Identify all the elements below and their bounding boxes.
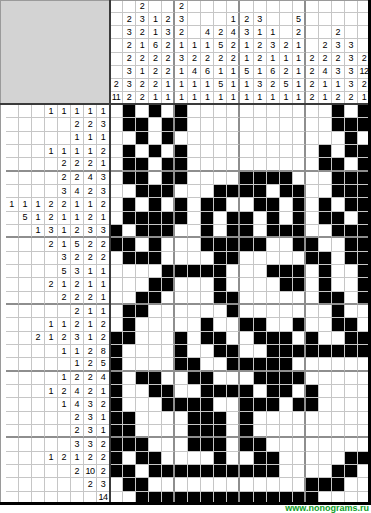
grid-cell[interactable]	[201, 438, 214, 451]
grid-cell[interactable]	[293, 305, 306, 318]
grid-cell[interactable]	[123, 385, 136, 398]
grid-cell[interactable]	[227, 318, 240, 331]
grid-cell[interactable]	[319, 332, 332, 345]
grid-cell[interactable]	[123, 132, 136, 145]
grid-cell[interactable]	[123, 172, 136, 185]
grid-cell[interactable]	[267, 292, 280, 305]
grid-cell[interactable]	[136, 278, 149, 291]
grid-cell[interactable]	[254, 278, 267, 291]
grid-cell[interactable]	[293, 278, 306, 291]
grid-cell[interactable]	[293, 438, 306, 451]
grid-cell[interactable]	[149, 132, 162, 145]
grid-cell[interactable]	[358, 212, 371, 225]
grid-cell[interactable]	[110, 212, 123, 225]
grid-cell[interactable]	[149, 492, 162, 505]
grid-cell[interactable]	[332, 212, 345, 225]
grid-cell[interactable]	[162, 372, 175, 385]
grid-cell[interactable]	[201, 385, 214, 398]
grid-cell[interactable]	[332, 372, 345, 385]
grid-cell[interactable]	[345, 118, 358, 131]
grid-cell[interactable]	[227, 358, 240, 371]
grid-cell[interactable]	[332, 318, 345, 331]
grid-cell[interactable]	[227, 252, 240, 265]
grid-cell[interactable]	[136, 265, 149, 278]
grid-cell[interactable]	[149, 465, 162, 478]
grid-cell[interactable]	[267, 332, 280, 345]
grid-cell[interactable]	[175, 305, 188, 318]
grid-cell[interactable]	[306, 412, 319, 425]
grid-cell[interactable]	[345, 145, 358, 158]
grid-cell[interactable]	[240, 492, 253, 505]
grid-cell[interactable]	[293, 332, 306, 345]
grid-cell[interactable]	[162, 238, 175, 251]
grid-cell[interactable]	[358, 385, 371, 398]
grid-cell[interactable]	[110, 105, 123, 118]
grid-cell[interactable]	[227, 265, 240, 278]
grid-cell[interactable]	[240, 278, 253, 291]
grid-cell[interactable]	[136, 318, 149, 331]
grid-cell[interactable]	[240, 452, 253, 465]
grid-cell[interactable]	[214, 452, 227, 465]
grid-cell[interactable]	[188, 452, 201, 465]
grid-cell[interactable]	[358, 265, 371, 278]
grid-cell[interactable]	[306, 158, 319, 171]
grid-cell[interactable]	[123, 278, 136, 291]
grid-cell[interactable]	[319, 425, 332, 438]
grid-cell[interactable]	[240, 158, 253, 171]
grid-cell[interactable]	[149, 118, 162, 131]
grid-cell[interactable]	[201, 425, 214, 438]
grid-cell[interactable]	[358, 465, 371, 478]
grid-cell[interactable]	[319, 412, 332, 425]
grid-cell[interactable]	[280, 105, 293, 118]
grid-cell[interactable]	[319, 278, 332, 291]
grid-cell[interactable]	[110, 438, 123, 451]
grid-cell[interactable]	[123, 265, 136, 278]
grid-cell[interactable]	[306, 145, 319, 158]
grid-cell[interactable]	[280, 318, 293, 331]
grid-cell[interactable]	[319, 118, 332, 131]
grid-cell[interactable]	[214, 185, 227, 198]
grid-cell[interactable]	[358, 185, 371, 198]
grid-cell[interactable]	[319, 292, 332, 305]
grid-cell[interactable]	[240, 372, 253, 385]
grid-cell[interactable]	[358, 412, 371, 425]
grid-cell[interactable]	[149, 398, 162, 411]
grid-cell[interactable]	[293, 318, 306, 331]
grid-cell[interactable]	[306, 318, 319, 331]
grid-cell[interactable]	[188, 252, 201, 265]
grid-cell[interactable]	[136, 385, 149, 398]
grid-cell[interactable]	[240, 118, 253, 131]
grid-cell[interactable]	[267, 412, 280, 425]
grid-cell[interactable]	[293, 252, 306, 265]
grid-cell[interactable]	[280, 185, 293, 198]
grid-cell[interactable]	[332, 105, 345, 118]
grid-cell[interactable]	[345, 345, 358, 358]
grid-cell[interactable]	[240, 292, 253, 305]
grid-cell[interactable]	[227, 492, 240, 505]
grid-cell[interactable]	[175, 212, 188, 225]
grid-cell[interactable]	[267, 345, 280, 358]
grid-cell[interactable]	[332, 332, 345, 345]
grid-cell[interactable]	[149, 158, 162, 171]
grid-cell[interactable]	[149, 425, 162, 438]
grid-cell[interactable]	[188, 425, 201, 438]
grid-cell[interactable]	[306, 105, 319, 118]
grid-cell[interactable]	[254, 305, 267, 318]
grid-cell[interactable]	[123, 345, 136, 358]
grid-cell[interactable]	[267, 225, 280, 238]
grid-cell[interactable]	[214, 332, 227, 345]
grid-cell[interactable]	[162, 425, 175, 438]
grid-cell[interactable]	[332, 252, 345, 265]
grid-cell[interactable]	[280, 398, 293, 411]
grid-cell[interactable]	[136, 492, 149, 505]
grid-cell[interactable]	[240, 425, 253, 438]
grid-cell[interactable]	[227, 452, 240, 465]
grid-cell[interactable]	[123, 478, 136, 491]
grid-cell[interactable]	[267, 425, 280, 438]
grid-cell[interactable]	[227, 292, 240, 305]
grid-cell[interactable]	[149, 198, 162, 211]
grid-cell[interactable]	[123, 118, 136, 131]
grid-cell[interactable]	[188, 185, 201, 198]
grid-cell[interactable]	[332, 172, 345, 185]
grid-cell[interactable]	[227, 185, 240, 198]
grid-cell[interactable]	[319, 238, 332, 251]
grid-cell[interactable]	[175, 158, 188, 171]
grid-cell[interactable]	[345, 278, 358, 291]
grid-cell[interactable]	[136, 425, 149, 438]
grid-cell[interactable]	[149, 345, 162, 358]
grid-cell[interactable]	[280, 478, 293, 491]
grid-cell[interactable]	[254, 372, 267, 385]
grid-cell[interactable]	[227, 385, 240, 398]
grid-cell[interactable]	[293, 372, 306, 385]
grid-cell[interactable]	[332, 398, 345, 411]
grid-cell[interactable]	[254, 412, 267, 425]
grid-cell[interactable]	[306, 452, 319, 465]
grid-cell[interactable]	[280, 385, 293, 398]
grid-cell[interactable]	[110, 465, 123, 478]
grid-cell[interactable]	[319, 318, 332, 331]
grid-cell[interactable]	[358, 172, 371, 185]
grid-cell[interactable]	[345, 478, 358, 491]
grid-cell[interactable]	[254, 465, 267, 478]
grid-cell[interactable]	[149, 265, 162, 278]
grid-cell[interactable]	[227, 465, 240, 478]
grid-cell[interactable]	[293, 465, 306, 478]
grid-cell[interactable]	[110, 318, 123, 331]
grid-cell[interactable]	[149, 145, 162, 158]
grid-cell[interactable]	[201, 372, 214, 385]
grid-cell[interactable]	[332, 265, 345, 278]
grid-cell[interactable]	[214, 225, 227, 238]
grid-cell[interactable]	[123, 438, 136, 451]
grid-cell[interactable]	[214, 132, 227, 145]
grid-cell[interactable]	[227, 332, 240, 345]
grid-cell[interactable]	[110, 452, 123, 465]
grid-cell[interactable]	[319, 198, 332, 211]
grid-cell[interactable]	[201, 118, 214, 131]
grid-cell[interactable]	[358, 105, 371, 118]
grid-cell[interactable]	[332, 345, 345, 358]
grid-cell[interactable]	[358, 332, 371, 345]
grid-cell[interactable]	[214, 212, 227, 225]
grid-cell[interactable]	[254, 452, 267, 465]
grid-cell[interactable]	[240, 185, 253, 198]
grid-cell[interactable]	[188, 478, 201, 491]
grid-cell[interactable]	[188, 492, 201, 505]
grid-cell[interactable]	[254, 385, 267, 398]
grid-cell[interactable]	[188, 372, 201, 385]
grid-cell[interactable]	[175, 252, 188, 265]
grid-cell[interactable]	[306, 438, 319, 451]
grid-cell[interactable]	[319, 438, 332, 451]
grid-cell[interactable]	[345, 212, 358, 225]
grid-cell[interactable]	[240, 305, 253, 318]
grid-cell[interactable]	[332, 425, 345, 438]
grid-cell[interactable]	[319, 452, 332, 465]
grid-cell[interactable]	[293, 265, 306, 278]
grid-cell[interactable]	[358, 278, 371, 291]
grid-cell[interactable]	[332, 465, 345, 478]
grid-cell[interactable]	[214, 145, 227, 158]
grid-cell[interactable]	[227, 345, 240, 358]
grid-cell[interactable]	[240, 465, 253, 478]
grid-cell[interactable]	[188, 158, 201, 171]
grid-cell[interactable]	[123, 158, 136, 171]
grid-cell[interactable]	[136, 158, 149, 171]
grid-cell[interactable]	[136, 478, 149, 491]
grid-cell[interactable]	[345, 105, 358, 118]
grid-cell[interactable]	[162, 145, 175, 158]
grid-cell[interactable]	[319, 105, 332, 118]
grid-cell[interactable]	[280, 198, 293, 211]
grid-cell[interactable]	[214, 358, 227, 371]
grid-cell[interactable]	[201, 265, 214, 278]
grid-cell[interactable]	[110, 172, 123, 185]
grid-cell[interactable]	[254, 345, 267, 358]
grid-cell[interactable]	[162, 158, 175, 171]
grid-cell[interactable]	[162, 332, 175, 345]
grid-cell[interactable]	[136, 198, 149, 211]
grid-cell[interactable]	[240, 252, 253, 265]
grid-cell[interactable]	[175, 398, 188, 411]
grid-cell[interactable]	[280, 358, 293, 371]
grid-cell[interactable]	[110, 252, 123, 265]
grid-cell[interactable]	[162, 278, 175, 291]
grid-cell[interactable]	[267, 132, 280, 145]
grid-cell[interactable]	[240, 332, 253, 345]
grid-cell[interactable]	[306, 265, 319, 278]
grid-cell[interactable]	[214, 265, 227, 278]
grid-cell[interactable]	[201, 318, 214, 331]
grid-cell[interactable]	[175, 345, 188, 358]
grid-cell[interactable]	[110, 118, 123, 131]
grid-cell[interactable]	[149, 225, 162, 238]
grid-cell[interactable]	[136, 238, 149, 251]
grid-cell[interactable]	[136, 305, 149, 318]
grid-cell[interactable]	[214, 385, 227, 398]
grid-cell[interactable]	[358, 118, 371, 131]
grid-cell[interactable]	[162, 292, 175, 305]
grid-cell[interactable]	[280, 278, 293, 291]
grid-cell[interactable]	[123, 372, 136, 385]
grid-cell[interactable]	[280, 305, 293, 318]
grid-cell[interactable]	[188, 292, 201, 305]
grid-cell[interactable]	[227, 145, 240, 158]
grid-cell[interactable]	[319, 358, 332, 371]
grid-cell[interactable]	[240, 265, 253, 278]
grid-cell[interactable]	[136, 292, 149, 305]
grid-cell[interactable]	[306, 225, 319, 238]
grid-cell[interactable]	[110, 185, 123, 198]
grid-cell[interactable]	[280, 292, 293, 305]
grid-cell[interactable]	[240, 318, 253, 331]
grid-cell[interactable]	[267, 398, 280, 411]
grid-cell[interactable]	[332, 292, 345, 305]
grid-cell[interactable]	[123, 425, 136, 438]
grid-cell[interactable]	[306, 398, 319, 411]
grid-cell[interactable]	[254, 252, 267, 265]
grid-cell[interactable]	[254, 212, 267, 225]
grid-cell[interactable]	[280, 212, 293, 225]
grid-cell[interactable]	[110, 358, 123, 371]
grid-cell[interactable]	[149, 332, 162, 345]
grid-cell[interactable]	[332, 452, 345, 465]
grid-cell[interactable]	[162, 465, 175, 478]
grid-cell[interactable]	[358, 438, 371, 451]
grid-cell[interactable]	[280, 345, 293, 358]
grid-cell[interactable]	[162, 252, 175, 265]
grid-cell[interactable]	[358, 132, 371, 145]
grid-cell[interactable]	[358, 198, 371, 211]
grid-cell[interactable]	[149, 252, 162, 265]
grid-cell[interactable]	[240, 438, 253, 451]
grid-cell[interactable]	[149, 292, 162, 305]
grid-cell[interactable]	[332, 185, 345, 198]
grid-cell[interactable]	[110, 278, 123, 291]
grid-cell[interactable]	[201, 105, 214, 118]
grid-cell[interactable]	[227, 412, 240, 425]
grid-cell[interactable]	[175, 265, 188, 278]
grid-cell[interactable]	[201, 252, 214, 265]
grid-cell[interactable]	[293, 158, 306, 171]
grid-cell[interactable]	[162, 185, 175, 198]
grid-cell[interactable]	[345, 425, 358, 438]
grid-cell[interactable]	[240, 398, 253, 411]
grid-cell[interactable]	[345, 452, 358, 465]
grid-cell[interactable]	[201, 212, 214, 225]
grid-cell[interactable]	[345, 372, 358, 385]
grid-cell[interactable]	[188, 265, 201, 278]
grid-cell[interactable]	[227, 478, 240, 491]
grid-cell[interactable]	[332, 158, 345, 171]
grid-cell[interactable]	[280, 132, 293, 145]
grid-cell[interactable]	[254, 358, 267, 371]
grid-cell[interactable]	[254, 292, 267, 305]
grid-cell[interactable]	[214, 372, 227, 385]
grid-cell[interactable]	[227, 105, 240, 118]
grid-cell[interactable]	[110, 305, 123, 318]
grid-cell[interactable]	[280, 372, 293, 385]
grid-cell[interactable]	[345, 412, 358, 425]
grid-cell[interactable]	[110, 492, 123, 505]
grid-cell[interactable]	[254, 172, 267, 185]
grid-cell[interactable]	[293, 412, 306, 425]
grid-cell[interactable]	[123, 252, 136, 265]
grid-cell[interactable]	[188, 145, 201, 158]
grid-cell[interactable]	[254, 438, 267, 451]
grid-cell[interactable]	[175, 145, 188, 158]
grid-cell[interactable]	[123, 358, 136, 371]
grid-cell[interactable]	[240, 345, 253, 358]
grid-cell[interactable]	[319, 385, 332, 398]
grid-cell[interactable]	[306, 478, 319, 491]
grid-cell[interactable]	[293, 425, 306, 438]
grid-cell[interactable]	[188, 198, 201, 211]
grid-cell[interactable]	[332, 278, 345, 291]
grid-cell[interactable]	[149, 452, 162, 465]
grid-cell[interactable]	[319, 145, 332, 158]
grid-cell[interactable]	[175, 105, 188, 118]
grid-cell[interactable]	[188, 398, 201, 411]
grid-cell[interactable]	[293, 358, 306, 371]
grid-cell[interactable]	[188, 465, 201, 478]
grid-cell[interactable]	[293, 212, 306, 225]
grid-cell[interactable]	[110, 478, 123, 491]
grid-cell[interactable]	[267, 158, 280, 171]
grid-cell[interactable]	[201, 225, 214, 238]
grid-cell[interactable]	[201, 158, 214, 171]
grid-cell[interactable]	[267, 172, 280, 185]
grid-cell[interactable]	[267, 478, 280, 491]
grid-cell[interactable]	[201, 145, 214, 158]
grid-cell[interactable]	[280, 158, 293, 171]
grid-cell[interactable]	[332, 145, 345, 158]
grid-cell[interactable]	[136, 465, 149, 478]
grid-cell[interactable]	[240, 145, 253, 158]
grid-cell[interactable]	[240, 385, 253, 398]
grid-cell[interactable]	[227, 118, 240, 131]
grid-cell[interactable]	[188, 238, 201, 251]
grid-cell[interactable]	[345, 158, 358, 171]
grid-cell[interactable]	[162, 385, 175, 398]
grid-cell[interactable]	[136, 252, 149, 265]
grid-cell[interactable]	[319, 172, 332, 185]
grid-cell[interactable]	[345, 318, 358, 331]
grid-cell[interactable]	[123, 492, 136, 505]
grid-cell[interactable]	[319, 252, 332, 265]
grid-cell[interactable]	[201, 358, 214, 371]
grid-cell[interactable]	[201, 305, 214, 318]
grid-cell[interactable]	[175, 478, 188, 491]
grid-cell[interactable]	[358, 452, 371, 465]
grid-cell[interactable]	[110, 372, 123, 385]
grid-cell[interactable]	[254, 132, 267, 145]
grid-cell[interactable]	[136, 372, 149, 385]
grid-cell[interactable]	[254, 105, 267, 118]
grid-cell[interactable]	[214, 238, 227, 251]
grid-cell[interactable]	[201, 452, 214, 465]
grid-cell[interactable]	[175, 412, 188, 425]
grid-cell[interactable]	[280, 238, 293, 251]
grid-cell[interactable]	[254, 225, 267, 238]
grid-cell[interactable]	[149, 238, 162, 251]
grid-cell[interactable]	[267, 492, 280, 505]
